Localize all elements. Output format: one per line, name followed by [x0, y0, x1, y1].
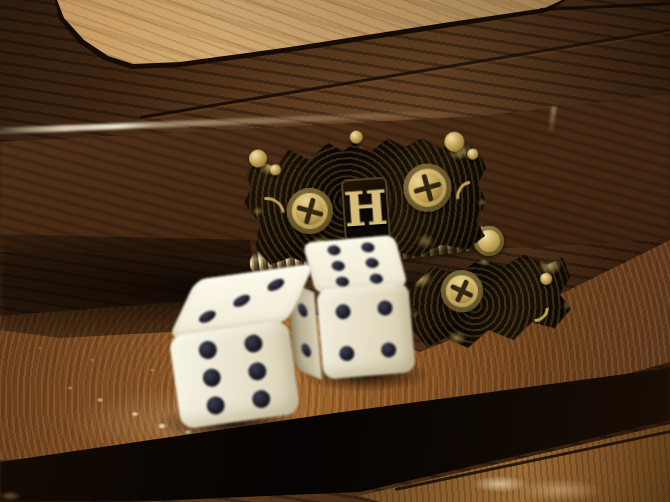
die-pip — [326, 245, 342, 256]
die-pip — [202, 368, 222, 388]
die-pip — [335, 304, 351, 320]
die-pip — [369, 273, 385, 284]
die-pip — [265, 278, 286, 292]
die-pip — [231, 294, 252, 308]
die-pip — [381, 341, 397, 357]
die-pip — [251, 389, 271, 409]
die-pip — [206, 395, 226, 415]
die-pip — [197, 309, 218, 323]
die-pip — [377, 300, 393, 316]
die-pip — [330, 261, 346, 272]
die-left-front-face — [169, 320, 301, 430]
die-left — [152, 260, 332, 440]
die-pip — [339, 345, 355, 361]
die-pip — [365, 258, 381, 269]
die-pip — [247, 361, 267, 381]
die-pip — [334, 276, 350, 287]
die-pip — [361, 242, 377, 253]
photo-scene: H — [0, 0, 670, 502]
die-pip — [243, 333, 263, 353]
hinge-finial-icon — [349, 130, 363, 144]
die-pip — [198, 340, 218, 360]
